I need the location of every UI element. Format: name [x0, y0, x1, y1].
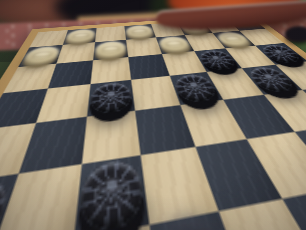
checkers-board: ⛀⛀⛀⛀⛀⛀⛀⛂⛂⛂⛂⛂⛂⛂⛂⛂ — [0, 14, 306, 230]
black-draughts-glyph-icon: ⛂ — [263, 46, 298, 61]
checker-black[interactable]: ⛂ — [76, 156, 148, 230]
white-draughts-glyph-icon: ⛀ — [100, 42, 121, 57]
captured-piece — [285, 26, 306, 42]
white-draughts-glyph-icon: ⛀ — [130, 26, 150, 37]
black-draughts-glyph-icon: ⛂ — [202, 51, 233, 68]
black-draughts-glyph-icon: ⛂ — [178, 76, 212, 100]
black-draughts-glyph-icon: ⛂ — [97, 84, 126, 110]
checker-black[interactable]: ⛂ — [88, 80, 134, 115]
white-draughts-glyph-icon: ⛀ — [70, 30, 91, 42]
black-draughts-glyph-icon: ⛂ — [90, 164, 135, 224]
checkers-photo-scene: ⛀⛀⛀⛀⛀⛀⛀⛂⛂⛂⛂⛂⛂⛂⛂⛂ — [0, 0, 306, 230]
board-grid: ⛀⛀⛀⛀⛀⛀⛀⛂⛂⛂⛂⛂⛂⛂⛂⛂ — [0, 17, 306, 230]
white-draughts-glyph-icon: ⛀ — [27, 48, 55, 64]
white-draughts-glyph-icon: ⛀ — [162, 37, 186, 51]
square-c3[interactable]: ⛂ — [74, 155, 150, 230]
